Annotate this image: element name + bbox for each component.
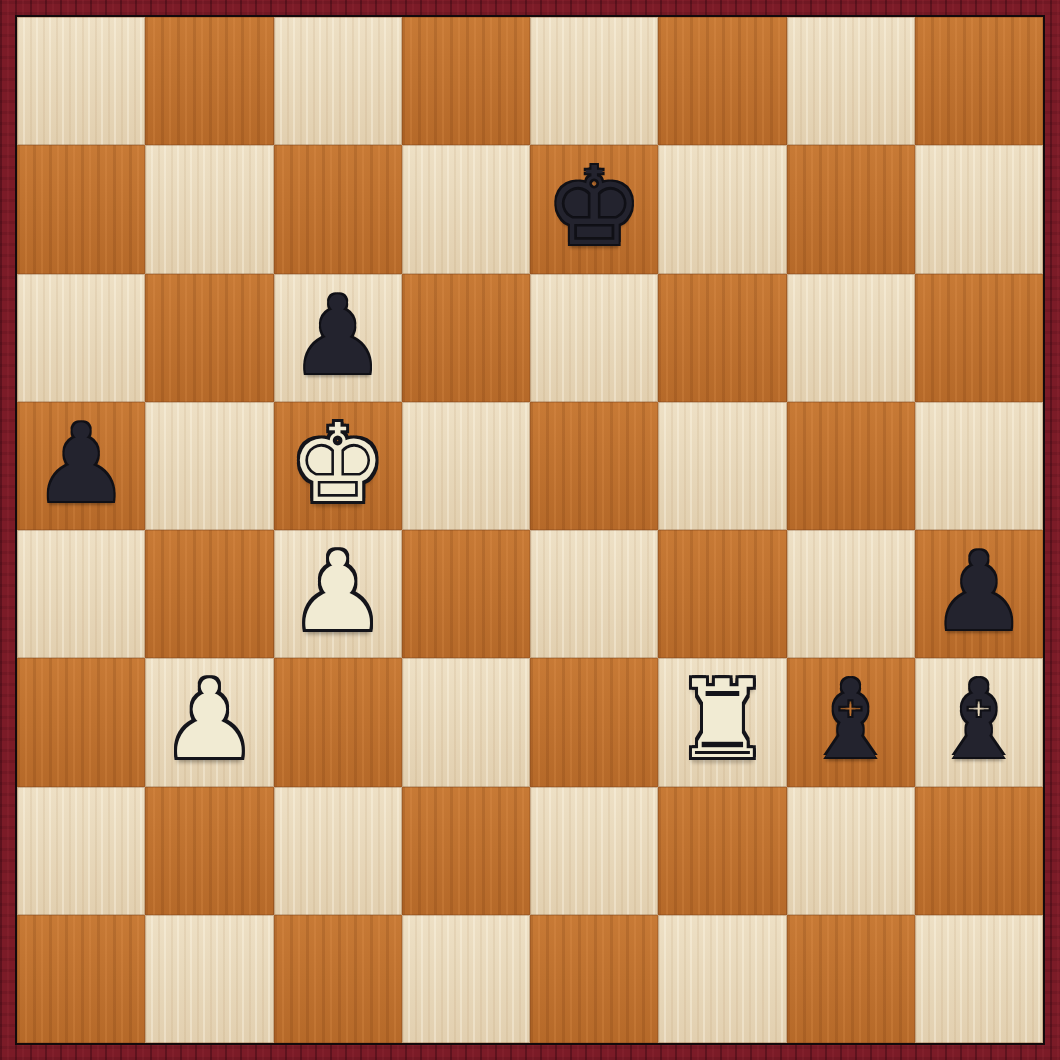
square-f2[interactable] (658, 787, 786, 915)
square-g6[interactable] (787, 274, 915, 402)
square-f4[interactable] (658, 530, 786, 658)
square-f3[interactable]: ♜ (658, 658, 786, 786)
square-b1[interactable] (145, 915, 273, 1043)
square-h2[interactable] (915, 787, 1043, 915)
square-g7[interactable] (787, 145, 915, 273)
square-f1[interactable] (658, 915, 786, 1043)
white-pawn[interactable]: ♟ (289, 538, 386, 646)
square-d7[interactable] (402, 145, 530, 273)
square-d8[interactable] (402, 17, 530, 145)
square-c2[interactable] (274, 787, 402, 915)
square-a7[interactable] (17, 145, 145, 273)
square-e4[interactable] (530, 530, 658, 658)
board-frame: ♚♟♟♚♟♟♟♜♝♝ (0, 0, 1060, 1060)
black-pawn[interactable]: ♟ (289, 282, 386, 390)
square-a6[interactable] (17, 274, 145, 402)
square-c1[interactable] (274, 915, 402, 1043)
square-d4[interactable] (402, 530, 530, 658)
square-c5[interactable]: ♚ (274, 402, 402, 530)
square-c6[interactable]: ♟ (274, 274, 402, 402)
white-rook[interactable]: ♜ (674, 666, 771, 774)
square-d1[interactable] (402, 915, 530, 1043)
square-e8[interactable] (530, 17, 658, 145)
square-c3[interactable] (274, 658, 402, 786)
black-pawn[interactable]: ♟ (33, 410, 130, 518)
square-e7[interactable]: ♚ (530, 145, 658, 273)
board: ♚♟♟♚♟♟♟♜♝♝ (15, 15, 1045, 1045)
square-e2[interactable] (530, 787, 658, 915)
square-d2[interactable] (402, 787, 530, 915)
square-a3[interactable] (17, 658, 145, 786)
square-d3[interactable] (402, 658, 530, 786)
square-f5[interactable] (658, 402, 786, 530)
square-g1[interactable] (787, 915, 915, 1043)
square-f8[interactable] (658, 17, 786, 145)
square-e1[interactable] (530, 915, 658, 1043)
square-g3[interactable]: ♝ (787, 658, 915, 786)
square-g8[interactable] (787, 17, 915, 145)
square-b5[interactable] (145, 402, 273, 530)
square-e3[interactable] (530, 658, 658, 786)
square-h7[interactable] (915, 145, 1043, 273)
square-b6[interactable] (145, 274, 273, 402)
square-d5[interactable] (402, 402, 530, 530)
square-f6[interactable] (658, 274, 786, 402)
square-b8[interactable] (145, 17, 273, 145)
square-a1[interactable] (17, 915, 145, 1043)
square-h4[interactable]: ♟ (915, 530, 1043, 658)
black-pawn[interactable]: ♟ (930, 538, 1027, 646)
square-c8[interactable] (274, 17, 402, 145)
square-b3[interactable]: ♟ (145, 658, 273, 786)
square-e5[interactable] (530, 402, 658, 530)
square-c7[interactable] (274, 145, 402, 273)
square-h6[interactable] (915, 274, 1043, 402)
square-d6[interactable] (402, 274, 530, 402)
square-a4[interactable] (17, 530, 145, 658)
square-a2[interactable] (17, 787, 145, 915)
square-a5[interactable]: ♟ (17, 402, 145, 530)
square-a8[interactable] (17, 17, 145, 145)
square-e6[interactable] (530, 274, 658, 402)
square-g2[interactable] (787, 787, 915, 915)
black-bishop[interactable]: ♝ (930, 666, 1027, 774)
square-c4[interactable]: ♟ (274, 530, 402, 658)
square-h3[interactable]: ♝ (915, 658, 1043, 786)
white-king[interactable]: ♚ (289, 410, 386, 518)
black-bishop[interactable]: ♝ (802, 666, 899, 774)
square-h8[interactable] (915, 17, 1043, 145)
square-g5[interactable] (787, 402, 915, 530)
square-g4[interactable] (787, 530, 915, 658)
square-b7[interactable] (145, 145, 273, 273)
square-b2[interactable] (145, 787, 273, 915)
square-h5[interactable] (915, 402, 1043, 530)
square-f7[interactable] (658, 145, 786, 273)
white-pawn[interactable]: ♟ (161, 666, 258, 774)
square-h1[interactable] (915, 915, 1043, 1043)
square-b4[interactable] (145, 530, 273, 658)
black-king[interactable]: ♚ (546, 153, 643, 261)
